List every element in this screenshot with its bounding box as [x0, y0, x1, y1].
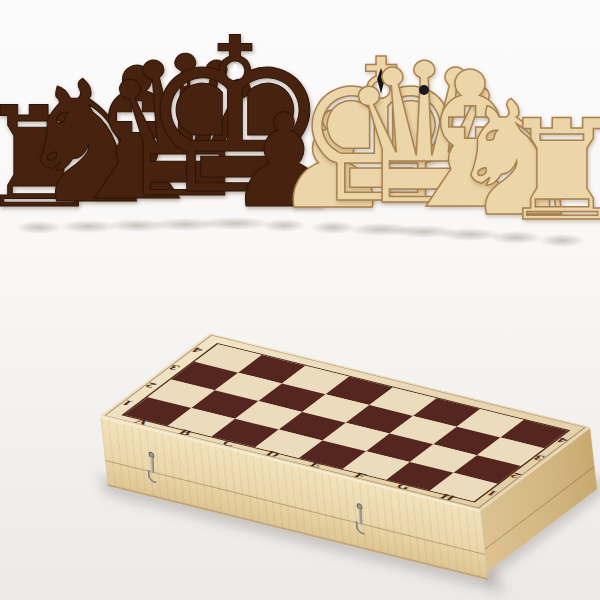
clasp-hook-end — [147, 469, 156, 484]
dark-king-finial-speck — [233, 64, 237, 71]
chess-set-product-photo: ♜♞♝♛♚♟♟♚♛♝♞♜ ABCDEFGH 1234 1234 — [0, 0, 600, 600]
left-clasp-hook — [146, 450, 159, 487]
light-rook: ♜ — [500, 102, 600, 241]
right-clasp-hook — [354, 502, 367, 539]
clasp-hook-end — [356, 521, 365, 536]
